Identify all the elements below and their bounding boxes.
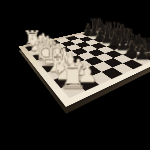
photo-scene: ♜♞♝♛♚♝♞♜♟♟♟♟♟♟♟♟♟♟♟♟♟♟♟♟♜♞♝♛♚♝♞♜ xyxy=(0,0,150,150)
piece-white-rook-h1[interactable]: ♜ xyxy=(57,59,88,93)
board-3d-wrapper: ♜♞♝♛♚♝♞♜♟♟♟♟♟♟♟♟♟♟♟♟♟♟♟♟♜♞♝♛♚♝♞♜ xyxy=(18,29,150,107)
chess-board: ♜♞♝♛♚♝♞♜♟♟♟♟♟♟♟♟♟♟♟♟♟♟♟♟♜♞♝♛♚♝♞♜ xyxy=(18,29,150,107)
piece-black-pawn-h7[interactable]: ♟ xyxy=(134,43,150,62)
square-h1[interactable]: ♜ xyxy=(61,82,85,98)
